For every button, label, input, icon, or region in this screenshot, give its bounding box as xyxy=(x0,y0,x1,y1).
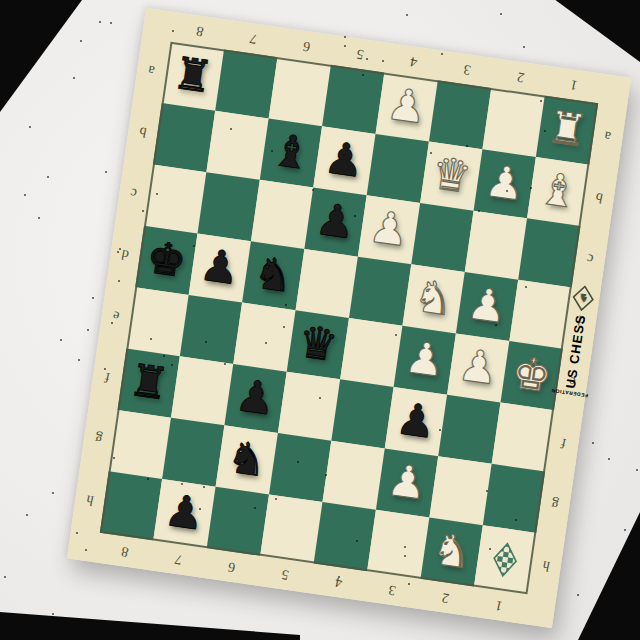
square-g4[interactable] xyxy=(322,441,384,510)
square-d3[interactable]: ♞ xyxy=(402,264,464,333)
black-pawn[interactable]: ♟ xyxy=(225,364,287,431)
square-b4[interactable] xyxy=(367,134,429,203)
black-knight[interactable]: ♞ xyxy=(242,241,304,308)
square-c6[interactable] xyxy=(251,180,313,249)
square-b2[interactable]: ♟ xyxy=(474,149,536,218)
black-queen[interactable]: ♛ xyxy=(287,310,349,377)
square-f8[interactable]: ♜ xyxy=(118,349,180,418)
white-king[interactable]: ♚ xyxy=(501,341,563,408)
black-rook[interactable]: ♜ xyxy=(162,42,224,109)
square-g1[interactable] xyxy=(483,464,545,533)
square-d5[interactable] xyxy=(296,249,358,318)
white-pawn[interactable]: ♟ xyxy=(474,149,536,216)
square-g2[interactable] xyxy=(429,456,491,525)
square-b5[interactable]: ♟ xyxy=(313,126,375,195)
square-b7[interactable] xyxy=(206,111,268,180)
black-knight[interactable]: ♞ xyxy=(216,425,278,492)
corner-checkered-diamond-logo xyxy=(490,539,521,580)
square-f2[interactable] xyxy=(438,395,500,464)
square-a7[interactable] xyxy=(215,49,277,118)
square-a6[interactable] xyxy=(269,57,331,126)
square-e6[interactable] xyxy=(233,303,295,372)
floor-corner-bottom-right xyxy=(578,512,640,640)
square-e3[interactable]: ♟ xyxy=(394,326,456,395)
white-pawn[interactable]: ♟ xyxy=(456,272,518,339)
mat-margin-corner xyxy=(598,74,631,108)
square-e2[interactable]: ♟ xyxy=(447,333,509,402)
black-rook[interactable]: ♜ xyxy=(118,349,180,416)
square-f4[interactable] xyxy=(331,379,393,448)
square-f1[interactable] xyxy=(492,402,554,471)
black-pawn[interactable]: ♟ xyxy=(314,126,376,193)
white-pawn[interactable]: ♟ xyxy=(376,448,438,515)
square-g3[interactable]: ♟ xyxy=(376,448,438,517)
square-f5[interactable] xyxy=(278,372,340,441)
square-b3[interactable]: ♛ xyxy=(420,142,482,211)
square-c3[interactable] xyxy=(411,203,473,272)
square-g7[interactable] xyxy=(162,418,224,487)
square-a5[interactable] xyxy=(322,65,384,134)
square-g6[interactable]: ♞ xyxy=(216,425,278,494)
mat-margin-corner xyxy=(523,594,556,628)
knight-diamond-emblem: ♞ xyxy=(571,283,596,312)
square-e8[interactable] xyxy=(126,287,188,356)
square-g8[interactable] xyxy=(109,410,171,479)
black-pawn[interactable]: ♟ xyxy=(154,479,216,546)
floor-corner-top-left xyxy=(0,0,82,112)
square-c8[interactable] xyxy=(144,164,206,233)
square-f7[interactable] xyxy=(171,356,233,425)
square-a8[interactable]: ♜ xyxy=(162,42,224,111)
mat-margin-corner xyxy=(67,529,100,563)
square-b8[interactable] xyxy=(153,103,215,172)
table-surface: 87654321a♜♟♜ab♝♟♛♟♝bc♟♟cd♚♟♞♞♟de♛♟♟♚ef♜♟… xyxy=(0,0,640,640)
white-pawn[interactable]: ♟ xyxy=(358,195,420,262)
square-h1[interactable] xyxy=(474,525,536,594)
square-e5[interactable]: ♛ xyxy=(287,310,349,379)
square-e7[interactable] xyxy=(180,295,242,364)
black-pawn[interactable]: ♟ xyxy=(305,188,367,255)
square-d6[interactable]: ♞ xyxy=(242,241,304,310)
square-c5[interactable]: ♟ xyxy=(304,188,366,257)
us-chess-title-text: US CHESS xyxy=(563,313,588,389)
square-d2[interactable]: ♟ xyxy=(456,272,518,341)
floor-corner-top-right xyxy=(548,0,640,62)
board-grid: 87654321a♜♟♜ab♝♟♛♟♝bc♟♟cd♚♟♞♞♟de♛♟♟♚ef♜♟… xyxy=(67,8,631,628)
square-d4[interactable] xyxy=(349,257,411,326)
square-h7[interactable]: ♟ xyxy=(153,479,215,548)
square-a1[interactable]: ♜ xyxy=(536,96,598,165)
square-a3[interactable] xyxy=(429,80,491,149)
white-pawn[interactable]: ♟ xyxy=(394,326,456,393)
square-c4[interactable]: ♟ xyxy=(358,195,420,264)
white-knight[interactable]: ♞ xyxy=(421,518,483,585)
square-d8[interactable]: ♚ xyxy=(135,226,197,295)
square-h4[interactable] xyxy=(314,502,376,571)
square-f3[interactable]: ♟ xyxy=(385,387,447,456)
square-c2[interactable] xyxy=(465,211,527,280)
white-knight[interactable]: ♞ xyxy=(403,264,465,331)
square-h8[interactable] xyxy=(100,471,162,540)
white-bishop[interactable]: ♝ xyxy=(527,157,589,224)
square-h3[interactable] xyxy=(367,510,429,579)
square-h5[interactable] xyxy=(260,494,322,563)
white-rook[interactable]: ♜ xyxy=(536,96,598,163)
square-a4[interactable]: ♟ xyxy=(376,73,438,142)
floor-edge-bottom-left xyxy=(0,612,300,640)
mat-margin-corner xyxy=(142,8,175,42)
white-pawn[interactable]: ♟ xyxy=(376,73,438,140)
chess-mat: 87654321a♜♟♜ab♝♟♛♟♝bc♟♟cd♚♟♞♞♟de♛♟♟♚ef♜♟… xyxy=(67,8,631,628)
square-h6[interactable] xyxy=(207,487,269,556)
white-pawn[interactable]: ♟ xyxy=(447,333,509,400)
svg-text:♞: ♞ xyxy=(577,290,590,305)
square-f6[interactable]: ♟ xyxy=(224,364,286,433)
black-pawn[interactable]: ♟ xyxy=(189,234,251,301)
square-e4[interactable] xyxy=(340,318,402,387)
square-g5[interactable] xyxy=(269,433,331,502)
square-d7[interactable]: ♟ xyxy=(189,234,251,303)
square-b1[interactable]: ♝ xyxy=(527,157,589,226)
square-a2[interactable] xyxy=(482,88,544,157)
white-queen[interactable]: ♛ xyxy=(420,142,482,209)
black-king[interactable]: ♚ xyxy=(135,226,197,293)
square-c7[interactable] xyxy=(197,172,259,241)
square-h2[interactable]: ♞ xyxy=(421,518,483,587)
black-bishop[interactable]: ♝ xyxy=(260,118,322,185)
square-e1[interactable]: ♚ xyxy=(501,341,563,410)
black-pawn[interactable]: ♟ xyxy=(385,387,447,454)
square-b6[interactable]: ♝ xyxy=(260,118,322,187)
